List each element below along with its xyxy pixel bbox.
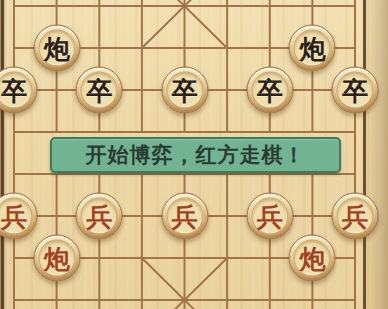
turn-banner-text: 开始博弈，红方走棋！ xyxy=(86,141,306,169)
piece-red-cannon[interactable]: 炮 xyxy=(33,235,80,282)
turn-banner: 开始博弈，红方走棋！ xyxy=(50,137,341,173)
piece-red-soldier[interactable]: 兵 xyxy=(246,193,293,240)
piece-black-cannon[interactable]: 炮 xyxy=(33,25,80,72)
piece-glyph: 卒 xyxy=(172,77,198,103)
piece-red-soldier[interactable]: 兵 xyxy=(161,193,208,240)
piece-black-soldier[interactable]: 卒 xyxy=(76,67,123,114)
piece-glyph: 兵 xyxy=(86,203,112,229)
piece-red-soldier[interactable]: 兵 xyxy=(332,193,379,240)
piece-black-soldier[interactable]: 卒 xyxy=(246,67,293,114)
piece-red-soldier[interactable]: 兵 xyxy=(76,193,123,240)
piece-black-soldier[interactable]: 卒 xyxy=(161,67,208,114)
piece-black-cannon[interactable]: 炮 xyxy=(289,25,336,72)
piece-glyph: 卒 xyxy=(342,77,368,103)
piece-glyph: 炮 xyxy=(299,35,325,61)
piece-glyph: 兵 xyxy=(257,203,283,229)
piece-glyph: 卒 xyxy=(86,77,112,103)
piece-black-soldier[interactable]: 卒 xyxy=(332,67,379,114)
piece-red-cannon[interactable]: 炮 xyxy=(289,235,336,282)
piece-glyph: 卒 xyxy=(257,77,283,103)
piece-glyph: 卒 xyxy=(1,77,27,103)
xiangqi-board: 炮炮卒卒卒卒卒兵兵兵兵兵炮炮 开始博弈，红方走棋！ xyxy=(0,0,388,309)
piece-glyph: 兵 xyxy=(172,203,198,229)
piece-glyph: 兵 xyxy=(342,203,368,229)
piece-glyph: 炮 xyxy=(44,35,70,61)
piece-glyph: 炮 xyxy=(299,245,325,271)
piece-glyph: 炮 xyxy=(44,245,70,271)
piece-glyph: 兵 xyxy=(1,203,27,229)
